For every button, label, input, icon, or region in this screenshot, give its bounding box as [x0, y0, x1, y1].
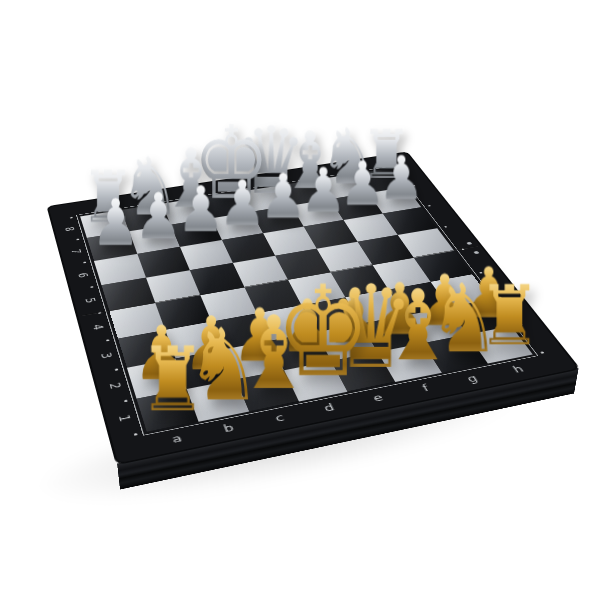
- piece-glyph: ♜: [361, 121, 413, 189]
- rivet-dot: [479, 271, 483, 273]
- piece-glyph: ♜: [477, 274, 540, 357]
- rivet-dot: [518, 323, 522, 325]
- piece-glyph: ♟: [462, 259, 515, 329]
- rivet-dot: [498, 296, 502, 298]
- hinge-screw: [466, 242, 472, 245]
- rivet-dot: [428, 205, 432, 207]
- rivet-dot: [398, 166, 401, 168]
- hinge-screw: [473, 251, 479, 254]
- rivet-dot: [444, 226, 448, 228]
- rank-label-2: 2: [88, 374, 143, 399]
- photo-background: ♜♞♝♚♛♝♞♜♟♟♟♟♟♟♟♟♟♟♟♟♟♟♟♟♜♞♝♚♛♝♞♜ abcdefg…: [0, 0, 600, 600]
- piece-silver-rook: ♜: [356, 121, 417, 189]
- rank-label-1: 1: [96, 405, 153, 432]
- rivet-dot: [134, 433, 138, 436]
- rivet-dot: [412, 185, 415, 187]
- square-h5: [398, 228, 454, 257]
- piece-gold-rook: ♜: [472, 274, 546, 357]
- rank-label-3: 3: [80, 344, 133, 367]
- rivet-dot: [540, 351, 544, 354]
